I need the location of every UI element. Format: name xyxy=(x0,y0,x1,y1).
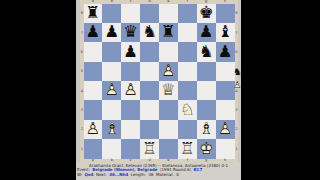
square-h6[interactable]: ♟ xyxy=(216,42,235,61)
white-rook-outline: ♖ xyxy=(178,139,197,158)
square-d8[interactable] xyxy=(140,4,159,23)
black-queen[interactable]: ♛ xyxy=(121,23,140,42)
square-g1[interactable]: ♚♔ xyxy=(197,139,216,158)
white-pawn-outline: ♙ xyxy=(216,120,235,139)
square-h3[interactable] xyxy=(216,100,235,119)
rank-label-8: 8 xyxy=(235,4,239,23)
board-frame: abcdefgh 87654321 ♜♚♟♟♛♞♜♟♝♟♞♟♟♙♟♙♟♙♛♕♞♘… xyxy=(80,0,238,162)
next-move-value: 36...Nh4 xyxy=(109,172,128,177)
white-king-outline: ♔ xyxy=(197,139,216,158)
square-c7[interactable]: ♛ xyxy=(121,23,140,42)
square-f1[interactable]: ♜♖ xyxy=(178,139,197,158)
square-b7[interactable]: ♟ xyxy=(102,23,121,42)
black-pawn[interactable]: ♟ xyxy=(216,42,235,61)
square-e1[interactable] xyxy=(159,139,178,158)
square-g7[interactable]: ♟ xyxy=(197,23,216,42)
game-info-caption: Arakhamia Grant, Ketevan (2395) -- Stefa… xyxy=(76,162,241,180)
square-f2[interactable] xyxy=(178,120,197,139)
black-pawn[interactable]: ♟ xyxy=(121,42,140,61)
square-e6[interactable] xyxy=(159,42,178,61)
square-a2[interactable]: ♟♙ xyxy=(84,120,103,139)
right-letterbox-bar xyxy=(241,0,320,180)
square-a3[interactable] xyxy=(84,100,103,119)
white-pawn-outline: ♙ xyxy=(84,120,103,139)
square-a4[interactable] xyxy=(84,81,103,100)
square-b2[interactable]: ♝♗ xyxy=(102,120,121,139)
chess-board[interactable]: ♜♚♟♟♛♞♜♟♝♟♞♟♟♙♟♙♟♙♛♕♞♘♟♙♝♗♝♗♟♙♜♖♜♖♚♔ xyxy=(84,4,235,159)
rank-label-2: 2 xyxy=(235,120,239,139)
square-f5[interactable] xyxy=(178,62,197,81)
square-a6[interactable] xyxy=(84,42,103,61)
square-d1[interactable]: ♜♖ xyxy=(140,139,159,158)
square-e3[interactable] xyxy=(159,100,178,119)
side-to-move-label: W: xyxy=(77,172,82,177)
square-g3[interactable] xyxy=(197,100,216,119)
black-pawn[interactable]: ♟ xyxy=(84,23,103,42)
square-f3[interactable]: ♞♘ xyxy=(178,100,197,119)
square-c6[interactable]: ♟ xyxy=(121,42,140,61)
rank-label-1: 1 xyxy=(235,139,239,158)
captured-pieces-tray: ♞ ♟ ♙ xyxy=(233,66,241,96)
material-label: Material: xyxy=(156,172,174,177)
left-letterbox-bar xyxy=(0,0,76,180)
square-c5[interactable] xyxy=(121,62,140,81)
captured-white-pawn-icon: ♟ ♙ xyxy=(233,79,241,91)
square-c4[interactable]: ♟♙ xyxy=(121,81,140,100)
white-bishop-outline: ♗ xyxy=(102,120,121,139)
square-b6[interactable] xyxy=(102,42,121,61)
white-queen-outline: ♕ xyxy=(159,81,178,100)
square-d6[interactable] xyxy=(140,42,159,61)
square-a1[interactable] xyxy=(84,139,103,158)
square-f4[interactable] xyxy=(178,81,197,100)
square-c1[interactable] xyxy=(121,139,140,158)
square-g2[interactable]: ♝♗ xyxy=(197,120,216,139)
chess-gui-panel: abcdefgh 87654321 ♜♚♟♟♛♞♜♟♝♟♞♟♟♙♟♙♟♙♛♕♞♘… xyxy=(76,0,241,180)
rank-label-7: 7 xyxy=(235,23,239,42)
white-rook-outline: ♖ xyxy=(140,139,159,158)
black-knight[interactable]: ♞ xyxy=(197,42,216,61)
square-e4[interactable]: ♛♕ xyxy=(159,81,178,100)
square-d3[interactable] xyxy=(140,100,159,119)
square-h8[interactable] xyxy=(216,4,235,23)
white-pawn-outline: ♙ xyxy=(121,81,140,100)
white-pawn-outline: ♙ xyxy=(159,62,178,81)
square-f8[interactable] xyxy=(178,4,197,23)
white-bishop-outline: ♗ xyxy=(197,120,216,139)
square-h2[interactable]: ♟♙ xyxy=(216,120,235,139)
square-c2[interactable] xyxy=(121,120,140,139)
rank-label-3: 3 xyxy=(235,100,239,119)
square-h5[interactable] xyxy=(216,62,235,81)
white-pawn-outline: ♙ xyxy=(102,81,121,100)
square-g5[interactable] xyxy=(197,62,216,81)
rank-label-6: 6 xyxy=(235,42,239,61)
square-c3[interactable] xyxy=(121,100,140,119)
square-d5[interactable] xyxy=(140,62,159,81)
square-a8[interactable]: ♜ xyxy=(84,4,103,23)
square-e2[interactable] xyxy=(159,120,178,139)
eco-code: B17 xyxy=(194,167,203,172)
black-king[interactable]: ♚ xyxy=(197,4,216,23)
black-pawn[interactable]: ♟ xyxy=(197,23,216,42)
square-c8[interactable] xyxy=(121,4,140,23)
length-label: Length: xyxy=(131,172,146,177)
square-d7[interactable]: ♞ xyxy=(140,23,159,42)
length-value: 36 xyxy=(148,172,153,177)
square-b3[interactable] xyxy=(102,100,121,119)
square-d4[interactable] xyxy=(140,81,159,100)
last-move-value: Qe4 xyxy=(85,172,94,177)
square-g8[interactable]: ♚ xyxy=(197,4,216,23)
square-d2[interactable] xyxy=(140,120,159,139)
next-label: Next: xyxy=(96,172,107,177)
square-b8[interactable] xyxy=(102,4,121,23)
square-b1[interactable] xyxy=(102,139,121,158)
captured-black-knight-icon: ♞ xyxy=(233,66,241,78)
square-h1[interactable] xyxy=(216,139,235,158)
black-pawn[interactable]: ♟ xyxy=(102,23,121,42)
square-a7[interactable]: ♟ xyxy=(84,23,103,42)
black-rook[interactable]: ♜ xyxy=(159,23,178,42)
square-b4[interactable]: ♟♙ xyxy=(102,81,121,100)
square-e5[interactable]: ♟♙ xyxy=(159,62,178,81)
square-e7[interactable]: ♜ xyxy=(159,23,178,42)
white-knight-outline: ♘ xyxy=(178,100,197,119)
square-f6[interactable] xyxy=(178,42,197,61)
black-bishop[interactable]: ♝ xyxy=(216,23,235,42)
material-value: 0 xyxy=(176,172,179,177)
move-status-line: W:Qe4Next:36...Nh4Length:36Material:0 xyxy=(77,173,240,177)
square-a5[interactable] xyxy=(84,62,103,81)
square-b5[interactable] xyxy=(102,62,121,81)
square-f7[interactable] xyxy=(178,23,197,42)
square-h4[interactable] xyxy=(216,81,235,100)
square-e8[interactable] xyxy=(159,4,178,23)
black-rook[interactable]: ♜ xyxy=(84,4,103,23)
square-g6[interactable]: ♞ xyxy=(197,42,216,61)
black-knight[interactable]: ♞ xyxy=(140,23,159,42)
square-h7[interactable]: ♝ xyxy=(216,23,235,42)
square-g4[interactable] xyxy=(197,81,216,100)
